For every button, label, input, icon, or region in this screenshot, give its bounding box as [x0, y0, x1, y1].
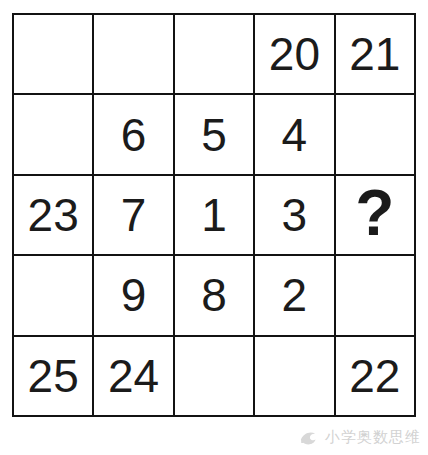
watermark-text: 小学奥数思维: [325, 428, 421, 447]
cell-r2c1: [14, 95, 92, 173]
cell-r1c1: [14, 15, 92, 93]
cell-r3c3: 1: [175, 176, 253, 254]
cell-r4c5: [336, 256, 414, 334]
cell-r5c3: [175, 337, 253, 415]
cell-r1c2: [94, 15, 172, 93]
puzzle-board: 20 21 6 5 4 23 7 1 3 ? 9 8 2 25 24 22: [12, 13, 416, 417]
cell-r5c1: 25: [14, 337, 92, 415]
brand-logo-icon: [298, 428, 320, 446]
cell-r1c3: [175, 15, 253, 93]
cell-r3c1: 23: [14, 176, 92, 254]
cell-r2c5: [336, 95, 414, 173]
cell-r4c2: 9: [94, 256, 172, 334]
cell-r4c1: [14, 256, 92, 334]
cell-r2c3: 5: [175, 95, 253, 173]
cell-r2c2: 6: [94, 95, 172, 173]
cell-r5c2: 24: [94, 337, 172, 415]
cell-r3c2: 7: [94, 176, 172, 254]
cell-r4c4: 2: [255, 256, 333, 334]
cell-r5c4: [255, 337, 333, 415]
cell-r1c5: 21: [336, 15, 414, 93]
cell-r2c4: 4: [255, 95, 333, 173]
watermark: 小学奥数思维: [298, 426, 421, 448]
cell-r3c5-question-mark: ?: [336, 176, 414, 254]
cell-r4c3: 8: [175, 256, 253, 334]
cell-r3c4: 3: [255, 176, 333, 254]
cell-r5c5: 22: [336, 337, 414, 415]
cell-r1c4: 20: [255, 15, 333, 93]
